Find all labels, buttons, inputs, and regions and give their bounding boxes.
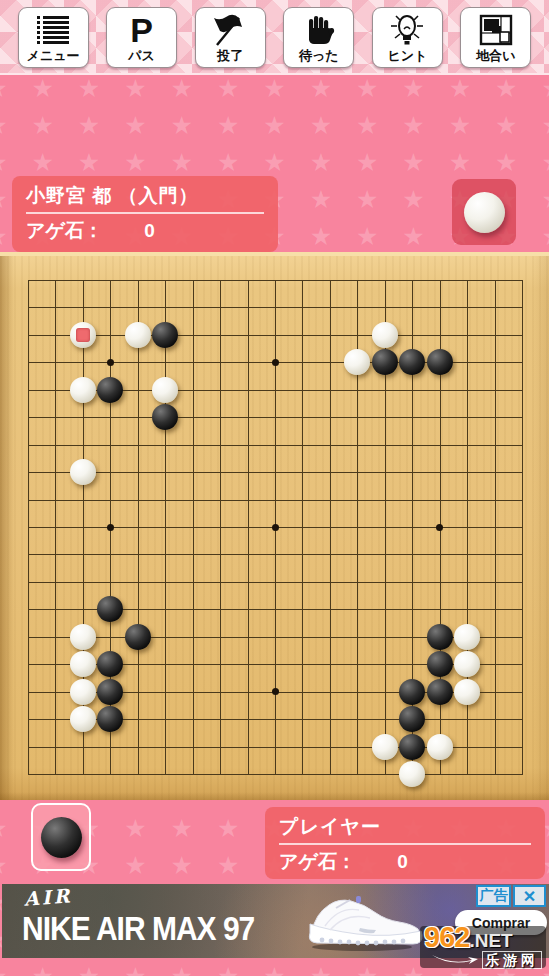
player-captures-row: アゲ石： 0 — [279, 850, 531, 874]
pass-button[interactable]: P パス — [106, 7, 177, 68]
undo-hand-icon — [303, 12, 335, 48]
hint-bulb-icon — [389, 12, 425, 48]
stone-black — [399, 679, 425, 705]
undo-button[interactable]: 待った — [283, 7, 354, 68]
last-move-marker — [76, 328, 90, 342]
air-script-logo: AIR — [23, 884, 73, 909]
opponent-captures-label: アゲ石： — [26, 220, 103, 241]
board-grid[interactable] — [28, 280, 523, 775]
stone-black — [399, 349, 425, 375]
ad-label-badge[interactable]: 广告 — [476, 885, 511, 907]
opponent-name: 小野宮 都 （入門） — [26, 184, 264, 208]
white-stone-icon — [464, 192, 505, 233]
hoshi-point — [272, 524, 279, 531]
menu-icon — [35, 12, 71, 48]
stone-white — [454, 624, 480, 650]
resign-flag-icon — [212, 12, 248, 48]
stone-black — [427, 349, 453, 375]
hoshi-point — [107, 524, 114, 531]
stone-black — [427, 651, 453, 677]
ad-close-button[interactable]: ✕ — [513, 885, 546, 907]
stone-black — [152, 322, 178, 348]
stone-black — [97, 679, 123, 705]
pass-icon: P — [130, 12, 153, 48]
menu-button[interactable]: メニュー — [18, 7, 89, 68]
site-logo[interactable]: 962 .NET 乐游网 — [420, 926, 546, 968]
sneaker-image — [300, 888, 432, 958]
territory-icon — [479, 12, 513, 48]
stone-white — [70, 651, 96, 677]
app-screen: ★ ★ ★ ★ ★ ★ ★ ★ ★ ★ ★ ★ ★ ★ ★ ★ ★ ★ ★ ★ … — [0, 0, 549, 976]
hoshi-point — [436, 524, 443, 531]
resign-button[interactable]: 投了 — [195, 7, 266, 68]
stone-black — [97, 706, 123, 732]
opponent-captures-count: 0 — [144, 220, 155, 241]
player-name: プレイヤー — [279, 815, 531, 839]
stone-black — [97, 377, 123, 403]
opponent-panel: 小野宮 都 （入門） アゲ石： 0 — [12, 176, 278, 252]
undo-button-label: 待った — [299, 48, 339, 63]
panel-divider — [26, 212, 264, 214]
pass-button-label: パス — [128, 48, 155, 63]
opponent-captures-row: アゲ石： 0 — [26, 219, 264, 243]
stone-black — [427, 679, 453, 705]
stone-black — [125, 624, 151, 650]
stone-white — [70, 706, 96, 732]
stone-black — [97, 596, 123, 622]
ad-headline: NIKE AIR MAX 97 — [22, 910, 254, 948]
stone-white — [427, 734, 453, 760]
resign-button-label: 投了 — [217, 48, 243, 63]
stone-white — [372, 322, 398, 348]
stone-black — [399, 734, 425, 760]
opponent-stone-indicator — [452, 179, 516, 245]
stone-white — [70, 679, 96, 705]
player-captures-count: 0 — [397, 851, 408, 872]
hint-button[interactable]: ヒント — [372, 7, 443, 68]
stone-white — [372, 734, 398, 760]
panel-divider — [279, 843, 531, 845]
stone-white — [399, 761, 425, 787]
site-logo-name: 乐游网 — [482, 951, 542, 969]
stone-white — [70, 377, 96, 403]
stone-black — [152, 404, 178, 430]
stone-black — [372, 349, 398, 375]
go-board[interactable] — [0, 252, 549, 800]
stone-white — [70, 624, 96, 650]
site-logo-number: 962 — [424, 924, 469, 950]
swoosh-arrow-icon — [431, 951, 479, 969]
menu-button-label: メニュー — [27, 48, 80, 63]
territory-button[interactable]: 地合い — [460, 7, 531, 68]
toolbar: メニュー P パス 投了 — [0, 0, 549, 75]
player-captures-label: アゲ石： — [279, 851, 356, 872]
stone-white — [152, 377, 178, 403]
stone-black — [97, 651, 123, 677]
stone-white — [344, 349, 370, 375]
player-panel: プレイヤー アゲ石： 0 — [265, 807, 545, 879]
stone-black — [427, 624, 453, 650]
stone-white — [70, 459, 96, 485]
stone-black — [399, 706, 425, 732]
hoshi-point — [107, 359, 114, 366]
stone-white — [125, 322, 151, 348]
stone-white — [454, 679, 480, 705]
territory-button-label: 地合い — [476, 48, 515, 63]
stone-white — [454, 651, 480, 677]
hoshi-point — [272, 688, 279, 695]
hint-button-label: ヒント — [387, 48, 427, 63]
black-stone-icon — [41, 817, 82, 858]
player-stone-indicator — [31, 803, 91, 871]
hoshi-point — [272, 359, 279, 366]
stone-white — [70, 322, 96, 348]
